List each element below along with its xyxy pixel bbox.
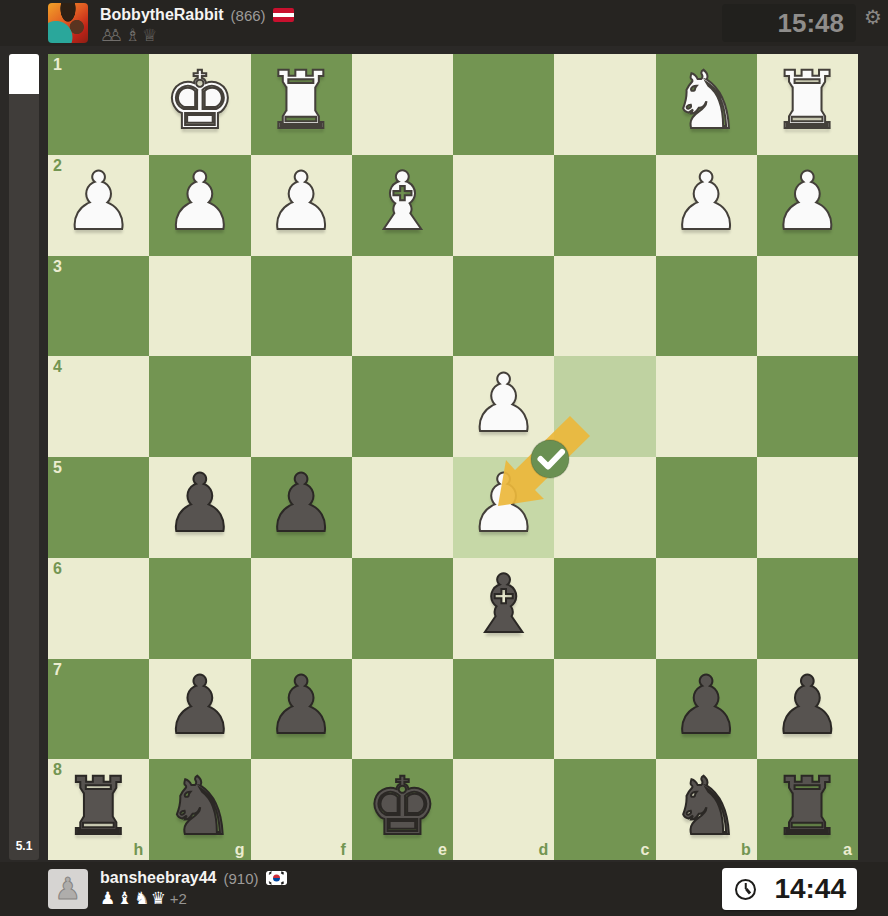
square-b4[interactable] xyxy=(656,356,757,457)
rank-label-4: 4 xyxy=(53,358,62,376)
square-f3[interactable] xyxy=(251,256,352,357)
rank-label-3: 3 xyxy=(53,258,62,276)
square-c8[interactable]: c xyxy=(554,759,655,860)
piece-wR-f1[interactable]: ♜ xyxy=(265,61,337,141)
square-b1[interactable]: ♞ xyxy=(656,54,757,155)
square-a2[interactable]: ♟ xyxy=(757,155,858,256)
square-d2[interactable] xyxy=(453,155,554,256)
bottom-captured-pieces: ♟♝♞♛+2 xyxy=(100,888,287,908)
captured-piece-icon: ♙♙ xyxy=(100,27,116,44)
square-g6[interactable] xyxy=(149,558,250,659)
captured-piece-icon: ♕ xyxy=(142,27,150,44)
chess-board[interactable]: 1♚♜♞♜2♟♟♟♝♟♟34♟5♟♟♟6♝7♟♟♟♟8h♜g♞fe♚dcb♞a♜ xyxy=(48,54,858,860)
piece-bN-b8[interactable]: ♞ xyxy=(670,767,742,847)
top-player-rating: (866) xyxy=(231,7,266,24)
square-a8[interactable]: a♜ xyxy=(757,759,858,860)
piece-wP-d5[interactable]: ♟ xyxy=(468,464,540,544)
square-d1[interactable] xyxy=(453,54,554,155)
square-c2[interactable] xyxy=(554,155,655,256)
square-d8[interactable]: d xyxy=(453,759,554,860)
square-f7[interactable]: ♟ xyxy=(251,659,352,760)
file-label-e: e xyxy=(438,841,447,859)
file-label-c: c xyxy=(641,841,650,859)
bottom-player-rating: (910) xyxy=(224,870,259,887)
piece-bK-e8[interactable]: ♚ xyxy=(367,767,439,847)
top-player-name[interactable]: BobbytheRabbit xyxy=(100,6,224,24)
piece-bP-f5[interactable]: ♟ xyxy=(265,464,337,544)
square-g3[interactable] xyxy=(149,256,250,357)
captured-piece-icon: ♗ xyxy=(125,27,133,44)
material-advantage: +2 xyxy=(170,890,187,907)
top-clock-time: 15:48 xyxy=(778,8,845,39)
captured-piece-icon: ♛ xyxy=(151,890,159,907)
square-a7[interactable]: ♟ xyxy=(757,659,858,760)
piece-bB-d6[interactable]: ♝ xyxy=(468,565,540,645)
square-e8[interactable]: e♚ xyxy=(352,759,453,860)
piece-bP-f7[interactable]: ♟ xyxy=(265,666,337,746)
square-f4[interactable] xyxy=(251,356,352,457)
square-a6[interactable] xyxy=(757,558,858,659)
square-a3[interactable] xyxy=(757,256,858,357)
rank-label-1: 1 xyxy=(53,56,62,74)
square-e2[interactable]: ♝ xyxy=(352,155,453,256)
piece-bP-b7[interactable]: ♟ xyxy=(670,666,742,746)
top-player-avatar[interactable] xyxy=(48,3,88,43)
piece-wR-a1[interactable]: ♜ xyxy=(772,61,844,141)
square-a5[interactable] xyxy=(757,457,858,558)
square-b5[interactable] xyxy=(656,457,757,558)
square-g2[interactable]: ♟ xyxy=(149,155,250,256)
piece-wB-e2[interactable]: ♝ xyxy=(367,162,439,242)
evaluation-white-segment xyxy=(9,54,39,94)
square-d4[interactable]: ♟ xyxy=(453,356,554,457)
file-label-g: g xyxy=(235,841,245,859)
gear-icon[interactable]: ⚙ xyxy=(861,5,885,29)
square-e4[interactable] xyxy=(352,356,453,457)
square-b8[interactable]: b♞ xyxy=(656,759,757,860)
piece-wP-h2[interactable]: ♟ xyxy=(63,162,135,242)
bottom-clock-time: 14:44 xyxy=(774,873,846,905)
captured-piece-icon: ♞ xyxy=(134,890,142,907)
square-e3[interactable] xyxy=(352,256,453,357)
piece-bP-g7[interactable]: ♟ xyxy=(164,666,236,746)
piece-wP-b2[interactable]: ♟ xyxy=(670,162,742,242)
file-label-b: b xyxy=(741,841,751,859)
rank-label-6: 6 xyxy=(53,560,62,578)
piece-bR-h8[interactable]: ♜ xyxy=(63,767,135,847)
file-label-h: h xyxy=(133,841,143,859)
square-b7[interactable]: ♟ xyxy=(656,659,757,760)
square-d6[interactable]: ♝ xyxy=(453,558,554,659)
square-e1[interactable] xyxy=(352,54,453,155)
square-c6[interactable] xyxy=(554,558,655,659)
piece-wK-g1[interactable]: ♚ xyxy=(164,61,236,141)
square-f1[interactable]: ♜ xyxy=(251,54,352,155)
square-e6[interactable] xyxy=(352,558,453,659)
piece-bP-a7[interactable]: ♟ xyxy=(772,666,844,746)
square-d7[interactable] xyxy=(453,659,554,760)
bottom-player-info: bansheebray44 (910) ♟♝♞♛+2 xyxy=(100,868,287,908)
square-h4[interactable]: 4 xyxy=(48,356,149,457)
bottom-player-avatar[interactable]: ♟ xyxy=(48,869,88,909)
evaluation-score: 5.1 xyxy=(9,839,39,853)
square-a1[interactable]: ♜ xyxy=(757,54,858,155)
square-g4[interactable] xyxy=(149,356,250,457)
piece-bN-g8[interactable]: ♞ xyxy=(164,767,236,847)
square-h6[interactable]: 6 xyxy=(48,558,149,659)
square-a4[interactable] xyxy=(757,356,858,457)
clock-icon xyxy=(735,879,756,900)
square-f5[interactable]: ♟ xyxy=(251,457,352,558)
square-c1[interactable] xyxy=(554,54,655,155)
square-f8[interactable]: f xyxy=(251,759,352,860)
square-d5[interactable]: ♟ xyxy=(453,457,554,558)
default-pawn-avatar-icon: ♟ xyxy=(55,874,82,904)
square-h5[interactable]: 5 xyxy=(48,457,149,558)
bottom-player-name[interactable]: bansheebray44 xyxy=(100,869,217,887)
square-g8[interactable]: g♞ xyxy=(149,759,250,860)
austria-flag-icon xyxy=(273,8,294,22)
file-label-f: f xyxy=(340,841,345,859)
square-h3[interactable]: 3 xyxy=(48,256,149,357)
square-e5[interactable] xyxy=(352,457,453,558)
square-c5[interactable] xyxy=(554,457,655,558)
captured-piece-icon: ♟ xyxy=(100,890,108,907)
rank-label-5: 5 xyxy=(53,459,62,477)
south-korea-flag-icon xyxy=(266,871,287,885)
piece-wN-b1[interactable]: ♞ xyxy=(670,61,742,141)
top-player-bar: BobbytheRabbit (866) ♙♙♗♕ 15:48 ⚙ xyxy=(0,0,888,46)
square-h2[interactable]: 2♟ xyxy=(48,155,149,256)
square-c7[interactable] xyxy=(554,659,655,760)
piece-bP-g5[interactable]: ♟ xyxy=(164,464,236,544)
bottom-player-clock: 14:44 xyxy=(722,868,857,910)
rank-label-7: 7 xyxy=(53,661,62,679)
file-label-d: d xyxy=(538,841,548,859)
top-captured-pieces: ♙♙♗♕ xyxy=(100,25,294,45)
square-f6[interactable] xyxy=(251,558,352,659)
rank-label-2: 2 xyxy=(53,157,62,175)
square-f2[interactable]: ♟ xyxy=(251,155,352,256)
square-b3[interactable] xyxy=(656,256,757,357)
file-label-a: a xyxy=(843,841,852,859)
square-c3[interactable] xyxy=(554,256,655,357)
square-h8[interactable]: 8h♜ xyxy=(48,759,149,860)
square-b6[interactable] xyxy=(656,558,757,659)
rank-label-8: 8 xyxy=(53,761,62,779)
square-g7[interactable]: ♟ xyxy=(149,659,250,760)
square-c4[interactable] xyxy=(554,356,655,457)
piece-wP-d4[interactable]: ♟ xyxy=(468,364,540,444)
top-player-info: BobbytheRabbit (866) ♙♙♗♕ xyxy=(100,5,294,45)
evaluation-bar: 5.1 xyxy=(9,54,39,860)
square-h1[interactable]: 1 xyxy=(48,54,149,155)
square-g5[interactable]: ♟ xyxy=(149,457,250,558)
square-d3[interactable] xyxy=(453,256,554,357)
square-h7[interactable]: 7 xyxy=(48,659,149,760)
square-e7[interactable] xyxy=(352,659,453,760)
piece-bR-a8[interactable]: ♜ xyxy=(772,767,844,847)
square-b2[interactable]: ♟ xyxy=(656,155,757,256)
piece-wP-f2[interactable]: ♟ xyxy=(265,162,337,242)
top-player-clock: 15:48 xyxy=(722,4,856,42)
square-g1[interactable]: ♚ xyxy=(149,54,250,155)
piece-wP-a2[interactable]: ♟ xyxy=(772,162,844,242)
piece-wP-g2[interactable]: ♟ xyxy=(164,162,236,242)
captured-piece-icon: ♝ xyxy=(117,890,125,907)
